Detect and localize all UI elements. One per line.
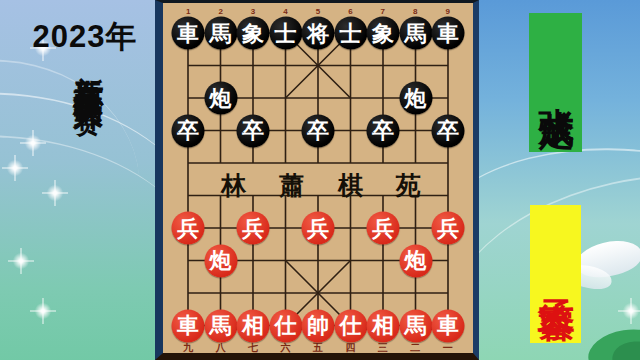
piece-red-general-file5[interactable]: 帥	[302, 309, 335, 342]
piece-black-soldier-file1[interactable]: 卒	[172, 114, 205, 147]
river-character: 蕭	[279, 169, 304, 202]
piece-red-cannon-file2[interactable]: 炮	[204, 244, 237, 277]
file-number: 五	[302, 341, 334, 355]
file-number: 4	[269, 7, 301, 16]
piece-black-elephant-file3[interactable]: 象	[237, 17, 270, 50]
file-number: 一	[432, 341, 464, 355]
piece-black-soldier-file7[interactable]: 卒	[367, 114, 400, 147]
player-plate-red: 孟繁睿	[530, 205, 581, 343]
piece-black-horse-file8[interactable]: 馬	[399, 17, 432, 50]
piece-red-advisor-file4[interactable]: 仕	[269, 309, 302, 342]
file-number: 九	[172, 341, 204, 355]
piece-black-cannon-file8[interactable]: 炮	[399, 82, 432, 115]
board-grid: 123456789 林蕭棋苑 九八七六五四三二一 車馬象士将士象馬車炮炮卒卒卒卒…	[163, 3, 473, 353]
file-number: 1	[172, 7, 204, 16]
file-number: 六	[269, 341, 301, 355]
piece-black-cannon-file2[interactable]: 炮	[204, 82, 237, 115]
piece-red-horse-file2[interactable]: 馬	[204, 309, 237, 342]
piece-red-soldier-file5[interactable]: 兵	[302, 212, 335, 245]
river-character: 苑	[396, 169, 421, 202]
piece-black-general-file5[interactable]: 将	[302, 17, 335, 50]
piece-black-horse-file2[interactable]: 馬	[204, 17, 237, 50]
file-number: 8	[399, 7, 431, 16]
piece-red-advisor-file6[interactable]: 仕	[334, 309, 367, 342]
file-number: 9	[432, 7, 464, 16]
piece-black-elephant-file7[interactable]: 象	[367, 17, 400, 50]
file-number: 5	[302, 7, 334, 16]
file-number: 二	[399, 341, 431, 355]
player-name-black: 张成楚	[531, 78, 580, 87]
file-number: 七	[237, 341, 269, 355]
piece-black-advisor-file4[interactable]: 士	[269, 17, 302, 50]
top-file-numbers: 123456789	[172, 7, 464, 16]
piece-black-advisor-file6[interactable]: 士	[334, 17, 367, 50]
file-number: 2	[204, 7, 236, 16]
piece-red-elephant-file3[interactable]: 相	[237, 309, 270, 342]
file-number: 6	[334, 7, 366, 16]
piece-red-soldier-file9[interactable]: 兵	[432, 212, 465, 245]
file-number: 3	[237, 7, 269, 16]
file-number: 7	[367, 7, 399, 16]
piece-black-chariot-file1[interactable]: 車	[172, 17, 205, 50]
player-plate-black: 张成楚	[529, 13, 582, 152]
river-character: 林	[221, 169, 246, 202]
river-studio-text: 林蕭棋苑	[221, 169, 421, 202]
piece-red-soldier-file3[interactable]: 兵	[237, 212, 270, 245]
xiangqi-board: 123456789 林蕭棋苑 九八七六五四三二一 車馬象士将士象馬車炮炮卒卒卒卒…	[155, 0, 479, 360]
piece-black-soldier-file5[interactable]: 卒	[302, 114, 335, 147]
piece-red-soldier-file7[interactable]: 兵	[367, 212, 400, 245]
bottom-file-numbers: 九八七六五四三二一	[172, 341, 464, 355]
player-name-red: 孟繁睿	[531, 270, 581, 279]
piece-red-soldier-file1[interactable]: 兵	[172, 212, 205, 245]
piece-red-cannon-file8[interactable]: 炮	[399, 244, 432, 277]
piece-red-elephant-file7[interactable]: 相	[367, 309, 400, 342]
file-number: 四	[334, 341, 366, 355]
piece-black-soldier-file3[interactable]: 卒	[237, 114, 270, 147]
video-frame: 2023年 新泰杯象棋大师赛 123456789 林蕭棋苑	[0, 0, 640, 360]
river-character: 棋	[338, 169, 363, 202]
piece-red-chariot-file1[interactable]: 車	[172, 309, 205, 342]
file-number: 三	[367, 341, 399, 355]
piece-black-soldier-file9[interactable]: 卒	[432, 114, 465, 147]
file-number: 八	[204, 341, 236, 355]
piece-red-horse-file8[interactable]: 馬	[399, 309, 432, 342]
piece-black-chariot-file9[interactable]: 車	[432, 17, 465, 50]
piece-red-chariot-file9[interactable]: 車	[432, 309, 465, 342]
tournament-title: 新泰杯象棋大师赛	[68, 52, 108, 354]
